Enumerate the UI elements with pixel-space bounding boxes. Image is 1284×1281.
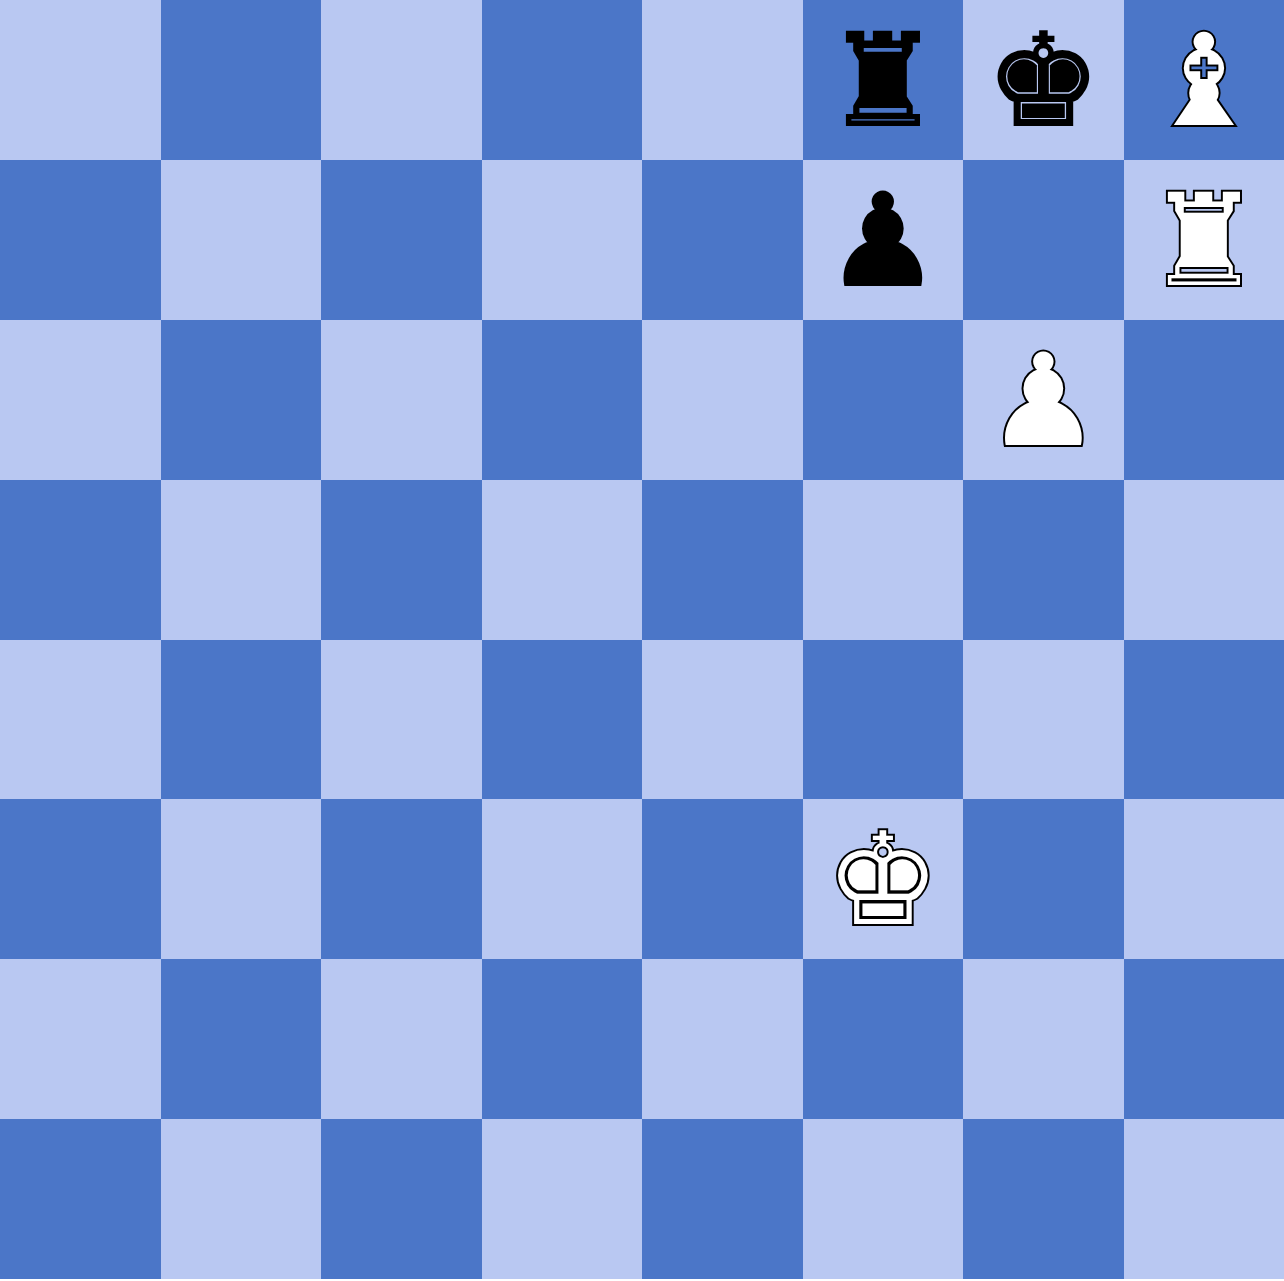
white-pawn[interactable]: ♟ (986, 337, 1101, 465)
square-c5[interactable] (321, 480, 482, 640)
square-c6[interactable] (321, 320, 482, 480)
square-d7[interactable] (482, 160, 643, 320)
square-g2[interactable] (963, 959, 1124, 1119)
square-f3[interactable]: ♚ (803, 799, 964, 959)
square-h8[interactable]: ♝ (1124, 0, 1284, 160)
white-king[interactable]: ♚ (825, 817, 940, 945)
square-b5[interactable] (161, 480, 322, 640)
square-e2[interactable] (642, 959, 803, 1119)
square-h1[interactable] (1124, 1119, 1284, 1279)
square-c3[interactable] (321, 799, 482, 959)
square-d6[interactable] (482, 320, 643, 480)
square-c2[interactable] (321, 959, 482, 1119)
square-a2[interactable] (0, 959, 161, 1119)
square-h7[interactable]: ♜ (1124, 160, 1284, 320)
square-d4[interactable] (482, 640, 643, 800)
square-b1[interactable] (161, 1119, 322, 1279)
square-g3[interactable] (963, 799, 1124, 959)
square-e8[interactable] (642, 0, 803, 160)
square-a7[interactable] (0, 160, 161, 320)
square-g7[interactable] (963, 160, 1124, 320)
square-a5[interactable] (0, 480, 161, 640)
square-g1[interactable] (963, 1119, 1124, 1279)
square-f8[interactable]: ♜ (803, 0, 964, 160)
square-b3[interactable] (161, 799, 322, 959)
square-c8[interactable] (321, 0, 482, 160)
square-h6[interactable] (1124, 320, 1284, 480)
square-g5[interactable] (963, 480, 1124, 640)
square-e1[interactable] (642, 1119, 803, 1279)
square-f2[interactable] (803, 959, 964, 1119)
square-c7[interactable] (321, 160, 482, 320)
square-e7[interactable] (642, 160, 803, 320)
square-e4[interactable] (642, 640, 803, 800)
square-e6[interactable] (642, 320, 803, 480)
black-king[interactable]: ♚ (986, 17, 1101, 145)
square-a6[interactable] (0, 320, 161, 480)
square-b8[interactable] (161, 0, 322, 160)
white-bishop[interactable]: ♝ (1146, 17, 1261, 145)
black-pawn[interactable]: ♟ (825, 177, 940, 305)
square-a1[interactable] (0, 1119, 161, 1279)
square-h5[interactable] (1124, 480, 1284, 640)
square-a3[interactable] (0, 799, 161, 959)
white-rook[interactable]: ♜ (1146, 177, 1261, 305)
square-e3[interactable] (642, 799, 803, 959)
square-d8[interactable] (482, 0, 643, 160)
square-a8[interactable] (0, 0, 161, 160)
square-f1[interactable] (803, 1119, 964, 1279)
square-g6[interactable]: ♟ (963, 320, 1124, 480)
black-rook[interactable]: ♜ (825, 17, 940, 145)
square-b2[interactable] (161, 959, 322, 1119)
square-f4[interactable] (803, 640, 964, 800)
square-c1[interactable] (321, 1119, 482, 1279)
square-b6[interactable] (161, 320, 322, 480)
square-g4[interactable] (963, 640, 1124, 800)
square-f5[interactable] (803, 480, 964, 640)
square-d5[interactable] (482, 480, 643, 640)
square-e5[interactable] (642, 480, 803, 640)
square-g8[interactable]: ♚ (963, 0, 1124, 160)
square-d1[interactable] (482, 1119, 643, 1279)
square-d2[interactable] (482, 959, 643, 1119)
square-h2[interactable] (1124, 959, 1284, 1119)
square-d3[interactable] (482, 799, 643, 959)
square-h3[interactable] (1124, 799, 1284, 959)
square-a4[interactable] (0, 640, 161, 800)
chess-board: ♜♚♝♟♜♟♚ (0, 0, 1284, 1279)
square-f7[interactable]: ♟ (803, 160, 964, 320)
square-f6[interactable] (803, 320, 964, 480)
square-c4[interactable] (321, 640, 482, 800)
square-b7[interactable] (161, 160, 322, 320)
square-b4[interactable] (161, 640, 322, 800)
square-h4[interactable] (1124, 640, 1284, 800)
